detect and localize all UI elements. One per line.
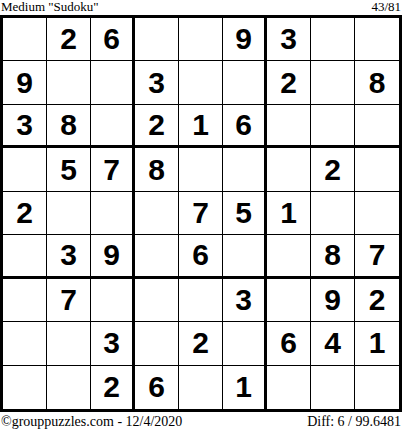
cell-r8c2 xyxy=(47,322,91,365)
cell-r2c4: 3 xyxy=(135,61,179,104)
cell-r6c1 xyxy=(3,235,47,278)
cell-r9c3: 2 xyxy=(91,366,135,409)
difficulty-text: Diff: 6 / 99.6481 xyxy=(307,413,401,431)
sudoku-grid: 26939328382165782275139687739232641261 xyxy=(0,15,402,412)
cell-r3c1: 3 xyxy=(3,105,47,148)
cell-r9c9 xyxy=(355,366,399,409)
sudoku-page: Medium "Sudoku" 43/81 269393283821657822… xyxy=(0,0,402,437)
puzzle-title: Medium "Sudoku" xyxy=(1,0,99,14)
footer: ©grouppuzzles.com - 12/4/2020 Diff: 6 / … xyxy=(0,412,402,434)
cell-r4c3: 7 xyxy=(91,148,135,191)
cell-r8c3: 3 xyxy=(91,322,135,365)
cell-r3c9 xyxy=(355,105,399,148)
cell-r4c9 xyxy=(355,148,399,191)
cell-r4c1 xyxy=(3,148,47,191)
cell-r1c6: 9 xyxy=(223,18,267,61)
cell-r7c4 xyxy=(135,279,179,322)
cell-r6c7 xyxy=(267,235,311,278)
cell-r5c7: 1 xyxy=(267,192,311,235)
cell-r2c5 xyxy=(179,61,223,104)
header: Medium "Sudoku" 43/81 xyxy=(0,0,402,15)
cell-r3c5: 1 xyxy=(179,105,223,148)
cell-r5c4 xyxy=(135,192,179,235)
cell-r2c2 xyxy=(47,61,91,104)
cell-r2c9: 8 xyxy=(355,61,399,104)
cell-r1c8 xyxy=(311,18,355,61)
cell-r2c8 xyxy=(311,61,355,104)
cell-r1c9 xyxy=(355,18,399,61)
cell-r7c1 xyxy=(3,279,47,322)
cell-r4c2: 5 xyxy=(47,148,91,191)
cell-r5c3 xyxy=(91,192,135,235)
cell-r4c4: 8 xyxy=(135,148,179,191)
cell-r8c4 xyxy=(135,322,179,365)
cell-r2c7: 2 xyxy=(267,61,311,104)
cell-r6c3: 9 xyxy=(91,235,135,278)
cell-r9c6: 1 xyxy=(223,366,267,409)
cell-r1c1 xyxy=(3,18,47,61)
cell-r8c6 xyxy=(223,322,267,365)
cell-r3c3 xyxy=(91,105,135,148)
cell-r3c4: 2 xyxy=(135,105,179,148)
cell-r5c8 xyxy=(311,192,355,235)
cell-r4c7 xyxy=(267,148,311,191)
cell-r5c2 xyxy=(47,192,91,235)
cell-r6c4 xyxy=(135,235,179,278)
cell-r6c6 xyxy=(223,235,267,278)
cell-r9c4: 6 xyxy=(135,366,179,409)
cell-r8c1 xyxy=(3,322,47,365)
cell-r1c3: 6 xyxy=(91,18,135,61)
cell-r7c6: 3 xyxy=(223,279,267,322)
cell-r9c5 xyxy=(179,366,223,409)
cell-r1c5 xyxy=(179,18,223,61)
cell-r5c5: 7 xyxy=(179,192,223,235)
cell-r2c6 xyxy=(223,61,267,104)
copyright-text: ©grouppuzzles.com - 12/4/2020 xyxy=(1,413,182,431)
cell-r5c6: 5 xyxy=(223,192,267,235)
cell-r1c7: 3 xyxy=(267,18,311,61)
cell-r6c8: 8 xyxy=(311,235,355,278)
cell-r6c5: 6 xyxy=(179,235,223,278)
cells-remaining-counter: 43/81 xyxy=(371,0,401,14)
cell-r1c2: 2 xyxy=(47,18,91,61)
cell-r3c2: 8 xyxy=(47,105,91,148)
cell-r2c1: 9 xyxy=(3,61,47,104)
cell-r7c9: 2 xyxy=(355,279,399,322)
cell-r3c6: 6 xyxy=(223,105,267,148)
cell-r4c6 xyxy=(223,148,267,191)
cell-r8c5: 2 xyxy=(179,322,223,365)
cell-r7c8: 9 xyxy=(311,279,355,322)
cell-r3c8 xyxy=(311,105,355,148)
cell-r8c8: 4 xyxy=(311,322,355,365)
cell-r5c1: 2 xyxy=(3,192,47,235)
cell-r2c3 xyxy=(91,61,135,104)
cell-r6c9: 7 xyxy=(355,235,399,278)
cell-r6c2: 3 xyxy=(47,235,91,278)
cell-r9c8 xyxy=(311,366,355,409)
cell-r4c5 xyxy=(179,148,223,191)
cell-r5c9 xyxy=(355,192,399,235)
cell-r7c3 xyxy=(91,279,135,322)
cell-r7c5 xyxy=(179,279,223,322)
cell-r9c7 xyxy=(267,366,311,409)
cell-r7c2: 7 xyxy=(47,279,91,322)
cell-r9c1 xyxy=(3,366,47,409)
cell-r8c7: 6 xyxy=(267,322,311,365)
cell-r4c8: 2 xyxy=(311,148,355,191)
cell-r1c4 xyxy=(135,18,179,61)
cell-r8c9: 1 xyxy=(355,322,399,365)
cell-r9c2 xyxy=(47,366,91,409)
cell-r3c7 xyxy=(267,105,311,148)
cell-r7c7 xyxy=(267,279,311,322)
